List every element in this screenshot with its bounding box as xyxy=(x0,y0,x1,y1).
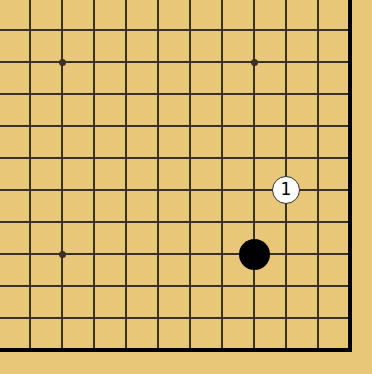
grid-line-vertical xyxy=(125,0,127,352)
grid-line-vertical xyxy=(29,0,31,352)
star-point-K4 xyxy=(59,251,66,258)
grid-line-horizontal xyxy=(0,253,352,255)
grid-line-vertical xyxy=(157,0,159,352)
go-board[interactable]: 1 xyxy=(0,0,372,374)
grid-line-vertical xyxy=(189,0,191,352)
grid-line-horizontal xyxy=(0,317,352,319)
white-stone-1-R6[interactable]: 1 xyxy=(272,176,300,204)
move-number-label: 1 xyxy=(281,181,292,198)
grid-line-horizontal xyxy=(0,29,352,31)
black-stone-Q4[interactable] xyxy=(239,239,270,270)
grid-line-horizontal xyxy=(0,125,352,127)
board-edge-right xyxy=(348,0,352,352)
grid-line-horizontal xyxy=(0,61,352,63)
grid-line-horizontal xyxy=(0,93,352,95)
star-point-K10 xyxy=(59,59,66,66)
grid-line-vertical xyxy=(221,0,223,352)
go-board-diagram: 1 xyxy=(0,0,372,374)
grid-line-horizontal xyxy=(0,221,352,223)
grid-line-vertical xyxy=(253,0,255,352)
grid-line-vertical xyxy=(93,0,95,352)
grid-line-vertical xyxy=(61,0,63,352)
grid-line-vertical xyxy=(317,0,319,352)
board-edge-bottom xyxy=(0,348,352,352)
grid-line-horizontal xyxy=(0,157,352,159)
grid-line-horizontal xyxy=(0,285,352,287)
star-point-Q10 xyxy=(251,59,258,66)
